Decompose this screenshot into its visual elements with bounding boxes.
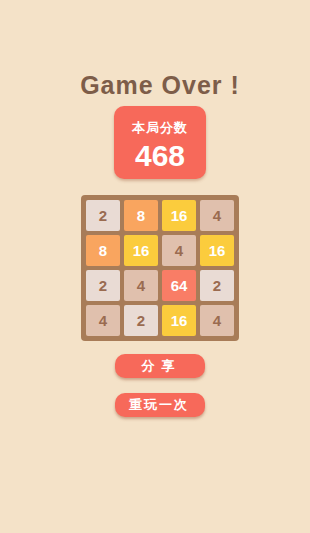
tile-4: 4 — [200, 305, 234, 336]
tile-4: 4 — [162, 235, 196, 266]
score-card: 本局分数 468 — [114, 106, 206, 179]
tile-2: 2 — [200, 270, 234, 301]
board: 281648164162464242164 — [81, 195, 239, 341]
tile-4: 4 — [200, 200, 234, 231]
tile-2: 2 — [124, 305, 158, 336]
tile-4: 4 — [86, 305, 120, 336]
score-value: 468 — [135, 139, 185, 173]
tile-16: 16 — [162, 200, 196, 231]
tile-16: 16 — [200, 235, 234, 266]
tile-16: 16 — [124, 235, 158, 266]
tile-4: 4 — [124, 270, 158, 301]
tile-2: 2 — [86, 200, 120, 231]
tile-8: 8 — [124, 200, 158, 231]
replay-button[interactable]: 重玩一次 — [115, 393, 205, 417]
tile-16: 16 — [162, 305, 196, 336]
tile-8: 8 — [86, 235, 120, 266]
game-over-screen: Game Over ! 本局分数 468 2816481641624642421… — [10, 0, 310, 533]
tile-64: 64 — [162, 270, 196, 301]
score-label: 本局分数 — [132, 119, 188, 137]
tile-2: 2 — [86, 270, 120, 301]
share-button[interactable]: 分享 — [115, 354, 205, 378]
page-title: Game Over ! — [80, 70, 240, 100]
